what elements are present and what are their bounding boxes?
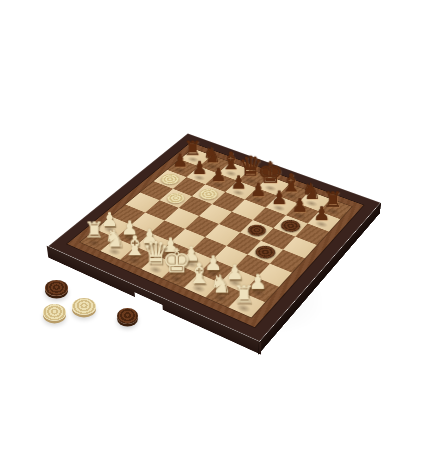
piece-white-knight-g1: ♞ [210,272,233,297]
piece-white-rook-a1: ♜ [84,219,104,242]
piece-black-pawn-h7: ♟ [313,204,330,223]
checker-light-offboard-2 [43,304,66,321]
product-photo-scene: ♜♞♝♛♚♝♞♜♟♟♟♟♟♟♟♟♟♟♟♟♟♟♟♟♜♞♝♛♚♝♞♜ [0,0,436,468]
checker-light-offboard-3 [72,298,96,315]
checker-dark-offboard-1 [45,280,68,296]
piece-white-rook-h1: ♜ [233,283,255,307]
piece-white-bishop-f1: ♝ [186,259,211,287]
checker-dark-offboard-4 [117,308,138,324]
